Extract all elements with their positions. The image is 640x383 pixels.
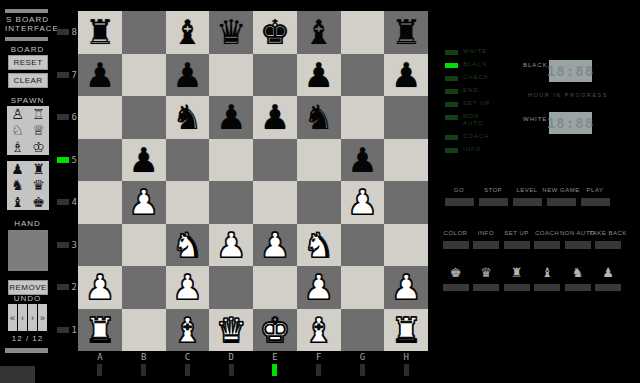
file-label-g: G (341, 352, 385, 362)
black-pawn: ♟ (172, 58, 202, 92)
app-window: S BOARD INTERFACE BOARD RESET CLEAR SPAW… (0, 0, 640, 383)
control-info: INFO (473, 230, 500, 249)
spawn-palette-black: ♟♜♞♛♝♚ (7, 161, 49, 210)
square-h8[interactable]: ♜ (384, 11, 428, 54)
led-label-end: END (463, 87, 495, 94)
square-f2[interactable]: ♟ (297, 266, 341, 309)
square-a2[interactable]: ♟ (78, 266, 122, 309)
square-h2[interactable]: ♟ (384, 266, 428, 309)
white-clock-display: 18:88 (549, 112, 592, 134)
black-knight: ♞ (172, 100, 202, 134)
go-button[interactable] (445, 198, 474, 206)
control-level: LEVEL (512, 187, 542, 206)
queen-icon: ♛ (480, 266, 492, 281)
file-tick-c (185, 364, 190, 376)
file-col-e: E (253, 352, 297, 376)
square-c7[interactable]: ♟ (166, 54, 210, 97)
square-c1[interactable]: ♝ (166, 309, 210, 352)
square-e5[interactable] (253, 139, 297, 182)
square-g3[interactable] (341, 224, 385, 267)
square-d8[interactable]: ♛ (209, 11, 253, 54)
set-up-label: SET UP (504, 230, 529, 238)
square-e7[interactable] (253, 54, 297, 97)
rank-label-5: 5 (72, 155, 77, 165)
black-pawn: ♟ (391, 58, 421, 92)
play-label: PLAY (587, 187, 604, 195)
file-col-c: C (166, 352, 210, 376)
clock-status-text: HOUR IN PROGRESS (528, 92, 623, 98)
led-label-check: CHECK (463, 74, 495, 81)
square-g6[interactable] (341, 96, 385, 139)
spawn-black-bishop[interactable]: ♝ (7, 194, 28, 210)
remove-button[interactable]: REMOVE (8, 280, 48, 295)
rank-row-6: 6 (50, 96, 77, 139)
rook-icon: ♜ (511, 266, 523, 281)
queen-button[interactable] (473, 284, 499, 291)
black-pawn: ♟ (347, 143, 377, 177)
black-bishop: ♝ (172, 15, 202, 49)
black-pawn: ♟ (303, 58, 333, 92)
black-rook: ♜ (85, 15, 115, 49)
file-col-a: A (78, 352, 122, 376)
status-led-panel: WHITEBLACKCHECKENDSET UPNON AUTOCOACHINF… (445, 48, 505, 159)
square-d6[interactable]: ♟ (209, 96, 253, 139)
rank-row-2: 2 (50, 266, 77, 309)
square-e3[interactable]: ♟ (253, 224, 297, 267)
led-label-white: WHITE (463, 48, 495, 55)
square-c2[interactable]: ♟ (166, 266, 210, 309)
black-pawn: ♟ (128, 143, 158, 177)
square-b4[interactable]: ♟ (122, 181, 166, 224)
square-b8[interactable] (122, 11, 166, 54)
sidebar-bottom-bar (5, 348, 48, 353)
white-pawn: ♟ (85, 270, 115, 304)
control-row-2: COLORINFOSET UPCOACHNON AUTOTAKE BACK (442, 230, 625, 249)
undo-counter: 12 / 12 (5, 334, 50, 343)
square-a8[interactable]: ♜ (78, 11, 122, 54)
white-pawn: ♟ (303, 270, 333, 304)
non-auto-button[interactable] (565, 241, 591, 249)
spawn-black-queen[interactable]: ♛ (28, 177, 49, 193)
led-row-set-up: SET UP (445, 100, 505, 107)
white-rook: ♜ (391, 313, 421, 347)
piece-control-rook: ♜ (503, 266, 530, 291)
white-knight: ♞ (172, 228, 202, 262)
square-b3[interactable] (122, 224, 166, 267)
coach-label: COACH (535, 230, 559, 238)
sidebar-top-bar (5, 9, 48, 13)
square-a3[interactable] (78, 224, 122, 267)
level-label: LEVEL (516, 187, 537, 195)
square-h1[interactable]: ♜ (384, 309, 428, 352)
control-row-1: GOSTOPLEVELNEW GAMEPLAY (444, 187, 614, 206)
new-game-label: NEW GAME (542, 187, 579, 195)
undo-all-button[interactable]: « (8, 304, 17, 331)
file-label-h: H (384, 352, 428, 362)
square-h4[interactable] (384, 181, 428, 224)
board-section-label: BOARD (5, 45, 50, 54)
file-col-g: G (341, 352, 385, 376)
led-end (445, 89, 458, 94)
square-c3[interactable]: ♞ (166, 224, 210, 267)
rank-row-8: 8 (50, 11, 77, 54)
square-a4[interactable] (78, 181, 122, 224)
square-d4[interactable] (209, 181, 253, 224)
spawn-white-rook[interactable]: ♖ (28, 106, 49, 122)
file-tick-g (360, 364, 365, 376)
reset-button[interactable]: RESET (8, 55, 48, 70)
rank-label-2: 2 (72, 282, 77, 292)
black-pawn: ♟ (260, 100, 290, 134)
spawn-black-pawn[interactable]: ♟ (7, 161, 28, 177)
file-tick-f (316, 364, 321, 376)
control-coach: COACH (534, 230, 561, 249)
square-e8[interactable]: ♚ (253, 11, 297, 54)
pawn-icon: ♟ (602, 266, 614, 281)
square-g5[interactable]: ♟ (341, 139, 385, 182)
pawn-button[interactable] (595, 284, 621, 291)
square-h7[interactable]: ♟ (384, 54, 428, 97)
white-queen: ♛ (216, 313, 246, 347)
led-non-auto (445, 115, 458, 120)
file-col-d: D (209, 352, 253, 376)
rank-tick-7 (57, 72, 69, 78)
led-coach (445, 135, 458, 140)
rank-tick-2 (57, 284, 69, 290)
rank-tick-6 (57, 114, 69, 120)
undo-one-button[interactable]: ‹ (18, 304, 27, 331)
square-a1[interactable]: ♜ (78, 309, 122, 352)
file-label-a: A (78, 352, 122, 362)
file-label-b: B (122, 352, 166, 362)
square-d1[interactable]: ♛ (209, 309, 253, 352)
app-title-line1: S BOARD (5, 15, 50, 24)
square-f4[interactable] (297, 181, 341, 224)
square-e2[interactable] (253, 266, 297, 309)
app-title-line2: INTERFACE (5, 24, 50, 33)
info-label: INFO (478, 230, 494, 238)
square-f3[interactable]: ♞ (297, 224, 341, 267)
bishop-button[interactable] (534, 284, 560, 291)
go-label: GO (454, 187, 464, 195)
white-knight: ♞ (303, 228, 333, 262)
led-label-coach: COACH (463, 133, 495, 140)
piece-control-queen: ♛ (473, 266, 500, 291)
stop-button[interactable] (479, 198, 508, 206)
file-tick-h (404, 364, 409, 376)
file-col-f: F (297, 352, 341, 376)
rook-button[interactable] (504, 284, 530, 291)
control-stop: STOP (478, 187, 508, 206)
file-label-f: F (297, 352, 341, 362)
square-h3[interactable] (384, 224, 428, 267)
square-c4[interactable] (166, 181, 210, 224)
rank-label-1: 1 (72, 325, 77, 335)
file-tick-d (229, 364, 234, 376)
white-pawn: ♟ (128, 185, 158, 219)
spawn-white-knight[interactable]: ♘ (7, 122, 28, 138)
spawn-white-king[interactable]: ♔ (28, 139, 49, 155)
piece-control-pawn: ♟ (595, 266, 622, 291)
led-black (445, 63, 458, 68)
square-b2[interactable] (122, 266, 166, 309)
file-col-h: H (384, 352, 428, 376)
undo-section-label: UNDO (5, 294, 50, 303)
square-b5[interactable]: ♟ (122, 139, 166, 182)
rank-row-5: 5 (50, 139, 77, 182)
square-f7[interactable]: ♟ (297, 54, 341, 97)
redo-all-button[interactable]: » (38, 304, 47, 331)
square-f5[interactable] (297, 139, 341, 182)
rank-label-6: 6 (72, 112, 77, 122)
led-label-non-auto: NON AUTO (463, 113, 495, 127)
color-label: COLOR (444, 230, 468, 238)
sidebar-divider-bar (5, 37, 48, 41)
rank-label-4: 4 (72, 197, 77, 207)
file-tick-e (272, 364, 277, 376)
hand-slot[interactable] (8, 230, 48, 271)
rank-row-1: 1 (50, 309, 77, 352)
white-rook: ♜ (85, 313, 115, 347)
square-e4[interactable] (253, 181, 297, 224)
rank-tick-5 (57, 157, 69, 163)
white-pawn: ♟ (216, 228, 246, 262)
undo-button-group: «‹›» (8, 304, 47, 331)
black-pawn: ♟ (85, 58, 115, 92)
piece-button-row: ♚♛♜♝♞♟ (442, 266, 625, 291)
square-g7[interactable] (341, 54, 385, 97)
rank-label-8: 8 (72, 27, 77, 37)
square-h5[interactable] (384, 139, 428, 182)
square-a5[interactable] (78, 139, 122, 182)
rank-tick-1 (57, 327, 69, 333)
led-row-white: WHITE (445, 48, 505, 55)
rank-label-3: 3 (72, 240, 77, 250)
rank-row-7: 7 (50, 54, 77, 97)
file-tick-b (141, 364, 146, 376)
control-play: PLAY (580, 187, 610, 206)
color-button[interactable] (443, 241, 469, 249)
square-g1[interactable] (341, 309, 385, 352)
led-row-coach: COACH (445, 133, 505, 140)
rank-tick-4 (57, 199, 69, 205)
white-pawn: ♟ (260, 228, 290, 262)
control-new-game: NEW GAME (546, 187, 576, 206)
new-game-button[interactable] (547, 198, 576, 206)
square-f6[interactable]: ♞ (297, 96, 341, 139)
square-c6[interactable]: ♞ (166, 96, 210, 139)
white-pawn: ♟ (391, 270, 421, 304)
take-back-button[interactable] (595, 241, 621, 249)
control-set-up: SET UP (503, 230, 530, 249)
spawn-black-king[interactable]: ♚ (28, 194, 49, 210)
square-d7[interactable] (209, 54, 253, 97)
white-pawn: ♟ (172, 270, 202, 304)
play-button[interactable] (581, 198, 610, 206)
square-c5[interactable] (166, 139, 210, 182)
square-b1[interactable] (122, 309, 166, 352)
spawn-white-pawn[interactable]: ♙ (7, 106, 28, 122)
file-label-d: D (209, 352, 253, 362)
clear-button[interactable]: CLEAR (8, 73, 48, 88)
spawn-section-label: SPAWN (5, 96, 50, 105)
stop-label: STOP (484, 187, 502, 195)
level-button[interactable] (513, 198, 542, 206)
led-row-non-auto: NON AUTO (445, 113, 505, 127)
hand-section-label: HAND (5, 219, 50, 228)
spawn-black-knight[interactable]: ♞ (7, 177, 28, 193)
black-king: ♚ (260, 15, 290, 49)
square-g2[interactable] (341, 266, 385, 309)
rank-tick-8 (57, 29, 69, 35)
square-h6[interactable] (384, 96, 428, 139)
coach-button[interactable] (534, 241, 560, 249)
led-white (445, 50, 458, 55)
square-e6[interactable]: ♟ (253, 96, 297, 139)
file-label-c: C (166, 352, 210, 362)
control-non-auto: NON AUTO (564, 230, 591, 249)
file-tick-a (97, 364, 102, 376)
redo-one-button[interactable]: › (28, 304, 37, 331)
info-button[interactable] (473, 241, 499, 249)
led-label-set-up: SET UP (463, 100, 495, 107)
white-bishop: ♝ (172, 313, 202, 347)
bishop-icon: ♝ (541, 266, 553, 281)
rank-labels: 87654321 (50, 11, 77, 351)
black-clock-display: 18:88 (549, 60, 592, 82)
knight-button[interactable] (565, 284, 591, 291)
led-label-black: BLACK (463, 61, 495, 68)
control-color: COLOR (442, 230, 469, 249)
white-clock-label: WHITE (523, 116, 547, 122)
square-a6[interactable] (78, 96, 122, 139)
led-check (445, 76, 458, 81)
white-bishop: ♝ (303, 313, 333, 347)
led-row-check: CHECK (445, 74, 505, 81)
control-take-back: TAKE BACK (595, 230, 622, 249)
square-g8[interactable] (341, 11, 385, 54)
king-button[interactable] (443, 284, 469, 291)
spawn-black-rook[interactable]: ♜ (28, 161, 49, 177)
king-icon: ♚ (450, 266, 462, 281)
led-row-black: BLACK (445, 61, 505, 68)
black-bishop: ♝ (303, 15, 333, 49)
square-d2[interactable] (209, 266, 253, 309)
square-b6[interactable] (122, 96, 166, 139)
file-col-b: B (122, 352, 166, 376)
set-up-button[interactable] (504, 241, 530, 249)
black-queen: ♛ (216, 15, 246, 49)
rank-row-3: 3 (50, 224, 77, 267)
square-d3[interactable]: ♟ (209, 224, 253, 267)
square-b7[interactable] (122, 54, 166, 97)
piece-control-knight: ♞ (564, 266, 591, 291)
white-king: ♚ (260, 313, 290, 347)
take-back-label: TAKE BACK (589, 230, 627, 238)
white-pawn: ♟ (347, 185, 377, 219)
square-f8[interactable]: ♝ (297, 11, 341, 54)
square-f1[interactable]: ♝ (297, 309, 341, 352)
led-row-info: INFO (445, 146, 505, 153)
led-set-up (445, 102, 458, 107)
piece-control-king: ♚ (442, 266, 469, 291)
knight-icon: ♞ (572, 266, 584, 281)
black-pawn: ♟ (216, 100, 246, 134)
square-d5[interactable] (209, 139, 253, 182)
rank-label-7: 7 (72, 70, 77, 80)
square-c8[interactable]: ♝ (166, 11, 210, 54)
led-label-info: INFO (463, 146, 495, 153)
led-row-end: END (445, 87, 505, 94)
bottom-edge-bar (0, 366, 35, 383)
black-knight: ♞ (303, 100, 333, 134)
square-g4[interactable]: ♟ (341, 181, 385, 224)
rank-row-4: 4 (50, 181, 77, 224)
piece-control-bishop: ♝ (534, 266, 561, 291)
square-a7[interactable]: ♟ (78, 54, 122, 97)
chess-board: ♜♝♛♚♝♜♟♟♟♟♞♟♟♞♟♟♟♟♞♟♟♞♟♟♟♟♜♝♛♚♝♜ (78, 11, 428, 351)
led-info (445, 148, 458, 153)
black-clock-label: BLACK (523, 62, 548, 68)
spawn-white-queen[interactable]: ♕ (28, 122, 49, 138)
rank-tick-3 (57, 242, 69, 248)
spawn-white-bishop[interactable]: ♗ (7, 139, 28, 155)
square-e1[interactable]: ♚ (253, 309, 297, 352)
spawn-palette-white: ♙♖♘♕♗♔ (7, 106, 49, 155)
control-go: GO (444, 187, 474, 206)
file-label-e: E (253, 352, 297, 362)
black-rook: ♜ (391, 15, 421, 49)
file-labels: ABCDEFGH (78, 352, 428, 376)
